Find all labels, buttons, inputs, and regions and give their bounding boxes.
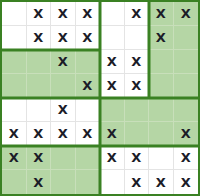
cell-r5c1[interactable] bbox=[2, 98, 27, 122]
cell-r3c2[interactable] bbox=[27, 50, 52, 74]
cell-r1c7[interactable]: X bbox=[149, 2, 174, 26]
cell-r6c6[interactable] bbox=[125, 122, 150, 146]
puzzle-grid: XXXXXXXXXXXXXXXXXXXXXXXXXXXXXXXX bbox=[2, 2, 198, 194]
cell-r2c8[interactable] bbox=[174, 26, 199, 50]
cell-r6c7[interactable] bbox=[149, 122, 174, 146]
cell-r8c4[interactable] bbox=[76, 170, 101, 194]
cell-r6c5[interactable]: X bbox=[100, 122, 125, 146]
cell-r7c4[interactable] bbox=[76, 146, 101, 170]
cell-r7c6[interactable]: X bbox=[125, 146, 150, 170]
cell-r1c4[interactable]: X bbox=[76, 2, 101, 26]
cell-r7c1[interactable]: X bbox=[2, 146, 27, 170]
cell-r4c3[interactable] bbox=[51, 74, 76, 98]
cell-r5c4[interactable] bbox=[76, 98, 101, 122]
cell-r6c3[interactable]: X bbox=[51, 122, 76, 146]
cell-r2c7[interactable]: X bbox=[149, 26, 174, 50]
cell-r1c2[interactable]: X bbox=[27, 2, 52, 26]
cell-r3c5[interactable]: X bbox=[100, 50, 125, 74]
cell-r7c8[interactable]: X bbox=[174, 146, 199, 170]
cell-r2c1[interactable] bbox=[2, 26, 27, 50]
cell-r4c8[interactable] bbox=[174, 74, 199, 98]
cell-r5c6[interactable] bbox=[125, 98, 150, 122]
cell-r7c2[interactable]: X bbox=[27, 146, 52, 170]
cell-r4c1[interactable] bbox=[2, 74, 27, 98]
cell-r6c4[interactable]: X bbox=[76, 122, 101, 146]
cell-r1c3[interactable]: X bbox=[51, 2, 76, 26]
cell-r8c2[interactable]: X bbox=[27, 170, 52, 194]
cell-r8c3[interactable] bbox=[51, 170, 76, 194]
cell-r1c6[interactable]: X bbox=[125, 2, 150, 26]
cell-r3c4[interactable] bbox=[76, 50, 101, 74]
cell-r2c2[interactable]: X bbox=[27, 26, 52, 50]
cell-r6c2[interactable]: X bbox=[27, 122, 52, 146]
cell-r8c7[interactable]: X bbox=[149, 170, 174, 194]
cell-r5c7[interactable] bbox=[149, 98, 174, 122]
cell-r2c3[interactable]: X bbox=[51, 26, 76, 50]
cell-r1c8[interactable]: X bbox=[174, 2, 199, 26]
cell-r6c1[interactable]: X bbox=[2, 122, 27, 146]
cell-r7c5[interactable]: X bbox=[100, 146, 125, 170]
cell-r3c1[interactable] bbox=[2, 50, 27, 74]
cell-r5c2[interactable] bbox=[27, 98, 52, 122]
cell-r3c7[interactable] bbox=[149, 50, 174, 74]
cell-r1c5[interactable] bbox=[100, 2, 125, 26]
cell-r4c7[interactable] bbox=[149, 74, 174, 98]
cell-r3c3[interactable]: X bbox=[51, 50, 76, 74]
cell-r4c6[interactable]: X bbox=[125, 74, 150, 98]
cell-r3c8[interactable] bbox=[174, 50, 199, 74]
puzzle-board: XXXXXXXXXXXXXXXXXXXXXXXXXXXXXXXX bbox=[0, 0, 200, 196]
cell-r4c5[interactable]: X bbox=[100, 74, 125, 98]
cell-r4c2[interactable] bbox=[27, 74, 52, 98]
cell-r3c6[interactable]: X bbox=[125, 50, 150, 74]
cell-r2c4[interactable]: X bbox=[76, 26, 101, 50]
cell-r8c6[interactable]: X bbox=[125, 170, 150, 194]
cell-r2c6[interactable] bbox=[125, 26, 150, 50]
cell-r8c5[interactable] bbox=[100, 170, 125, 194]
cell-r8c1[interactable] bbox=[2, 170, 27, 194]
cell-r8c8[interactable]: X bbox=[174, 170, 199, 194]
cell-r5c3[interactable]: X bbox=[51, 98, 76, 122]
cell-r4c4[interactable]: X bbox=[76, 74, 101, 98]
cell-r1c1[interactable] bbox=[2, 2, 27, 26]
cell-r7c7[interactable] bbox=[149, 146, 174, 170]
cell-r7c3[interactable] bbox=[51, 146, 76, 170]
cell-r6c8[interactable]: X bbox=[174, 122, 199, 146]
cell-r5c5[interactable] bbox=[100, 98, 125, 122]
cell-r5c8[interactable] bbox=[174, 98, 199, 122]
cell-r2c5[interactable] bbox=[100, 26, 125, 50]
